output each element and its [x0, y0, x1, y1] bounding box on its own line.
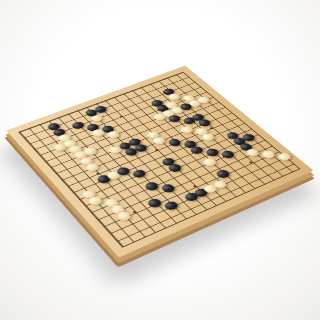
black-stone	[214, 169, 231, 180]
hoshi-point	[192, 185, 196, 188]
black-stone	[160, 183, 177, 194]
white-stone	[244, 148, 261, 158]
black-stone	[204, 147, 221, 157]
hoshi-point	[209, 127, 213, 129]
hoshi-point	[248, 161, 252, 164]
black-stone	[220, 149, 237, 159]
hoshi-point	[154, 149, 158, 152]
black-stone	[144, 181, 161, 192]
black-stone	[146, 198, 163, 209]
go-board	[6, 66, 313, 258]
photo-background	[0, 0, 320, 320]
white-stone	[200, 132, 216, 142]
hoshi-point	[132, 210, 136, 213]
white-stone	[179, 125, 195, 135]
black-stone	[163, 200, 181, 212]
white-stone	[201, 157, 218, 167]
hoshi-point	[119, 116, 123, 118]
black-stone	[167, 114, 183, 123]
white-stone	[260, 150, 277, 160]
grid-lines	[18, 72, 300, 248]
black-stone	[70, 121, 86, 130]
black-stone	[131, 168, 148, 179]
black-stone	[167, 138, 183, 148]
white-stone	[276, 152, 293, 162]
hoshi-point	[96, 172, 100, 175]
